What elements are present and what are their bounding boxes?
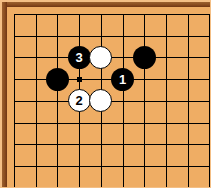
go-board[interactable]: 312: [7, 7, 210, 187]
stone-black[interactable]: [46, 68, 69, 91]
stone-black[interactable]: [133, 46, 156, 69]
move-number-label: 2: [75, 94, 82, 107]
stone-white-2[interactable]: 2: [68, 89, 91, 112]
stone-black-1[interactable]: 1: [111, 68, 134, 91]
move-number-label: 3: [75, 51, 82, 64]
stone-black-3[interactable]: 3: [68, 46, 91, 69]
move-number-label: 1: [119, 73, 126, 86]
go-diagram: 312: [0, 0, 211, 188]
hoshi-point: [77, 77, 82, 82]
